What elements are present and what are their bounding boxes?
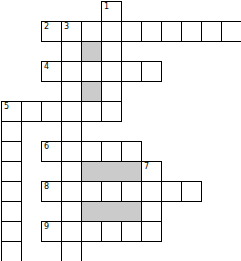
clue-number-7: 7 [144,162,149,171]
grid-cell-2-5[interactable] [101,41,122,62]
clue-number-9: 9 [44,222,49,231]
grid-cell-3-7[interactable] [141,61,162,82]
grid-cell-7-0[interactable] [1,141,22,162]
grid-cell-11-7[interactable] [141,221,162,242]
grid-cell-12-3[interactable] [61,241,82,261]
grid-cell-9-9[interactable] [181,181,202,202]
grid-cell-9-2[interactable]: 8 [41,181,62,202]
grid-cell-9-5[interactable] [101,181,122,202]
clue-number-3: 3 [64,22,69,31]
grid-cell-9-7[interactable] [141,181,162,202]
grid-cell-5-3[interactable] [61,101,82,122]
shaded-cell-10-5 [101,201,122,222]
grid-cell-2-3[interactable] [61,41,82,62]
crossword-board: 123456789 [0,0,241,261]
grid-cell-4-3[interactable] [61,81,82,102]
grid-cell-9-8[interactable] [161,181,182,202]
grid-cell-7-6[interactable] [121,141,142,162]
grid-cell-11-4[interactable] [81,221,102,242]
clue-number-8: 8 [44,182,49,191]
shaded-cell-10-4 [81,201,102,222]
grid-cell-6-0[interactable] [1,121,22,142]
grid-cell-1-6[interactable] [121,21,142,42]
grid-cell-5-4[interactable] [81,101,102,122]
grid-cell-3-3[interactable] [61,61,82,82]
grid-cell-10-3[interactable] [61,201,82,222]
grid-cell-11-5[interactable] [101,221,122,242]
grid-cell-0-5[interactable]: 1 [101,1,122,22]
grid-cell-5-0[interactable]: 5 [1,101,22,122]
clue-number-6: 6 [44,142,49,151]
grid-cell-5-1[interactable] [21,101,42,122]
shaded-cell-2-4 [81,41,102,62]
grid-cell-1-4[interactable] [81,21,102,42]
grid-cell-7-5[interactable] [101,141,122,162]
grid-cell-5-2[interactable] [41,101,62,122]
grid-cell-8-7[interactable]: 7 [141,161,162,182]
grid-cell-1-11[interactable] [221,21,241,42]
grid-cell-12-0[interactable] [1,241,22,261]
grid-cell-1-8[interactable] [161,21,182,42]
grid-cell-1-3[interactable]: 3 [61,21,82,42]
grid-cell-1-2[interactable]: 2 [41,21,62,42]
grid-cell-3-2[interactable]: 4 [41,61,62,82]
shaded-cell-8-4 [81,161,102,182]
shaded-cell-8-5 [101,161,122,182]
grid-cell-11-6[interactable] [121,221,142,242]
grid-cell-8-3[interactable] [61,161,82,182]
grid-cell-7-3[interactable] [61,141,82,162]
grid-cell-3-4[interactable] [81,61,102,82]
shaded-cell-4-4 [81,81,102,102]
grid-cell-1-5[interactable] [101,21,122,42]
grid-cell-9-3[interactable] [61,181,82,202]
grid-cell-9-4[interactable] [81,181,102,202]
grid-cell-10-7[interactable] [141,201,162,222]
grid-cell-6-3[interactable] [61,121,82,142]
grid-cell-9-6[interactable] [121,181,142,202]
grid-cell-3-5[interactable] [101,61,122,82]
grid-cell-8-0[interactable] [1,161,22,182]
clue-number-5: 5 [4,102,9,111]
grid-cell-10-0[interactable] [1,201,22,222]
grid-cell-1-7[interactable] [141,21,162,42]
grid-cell-9-0[interactable] [1,181,22,202]
grid-cell-3-6[interactable] [121,61,142,82]
grid-cell-11-3[interactable] [61,221,82,242]
grid-cell-7-4[interactable] [81,141,102,162]
clue-number-1: 1 [104,2,109,11]
clue-number-2: 2 [44,22,49,31]
grid-cell-4-5[interactable] [101,81,122,102]
grid-cell-5-5[interactable] [101,101,122,122]
grid-cell-1-10[interactable] [201,21,222,42]
shaded-cell-8-6 [121,161,142,182]
shaded-cell-10-6 [121,201,142,222]
grid-cell-11-2[interactable]: 9 [41,221,62,242]
clue-number-4: 4 [44,62,49,71]
grid-cell-11-0[interactable] [1,221,22,242]
grid-cell-7-2[interactable]: 6 [41,141,62,162]
grid-cell-1-9[interactable] [181,21,202,42]
